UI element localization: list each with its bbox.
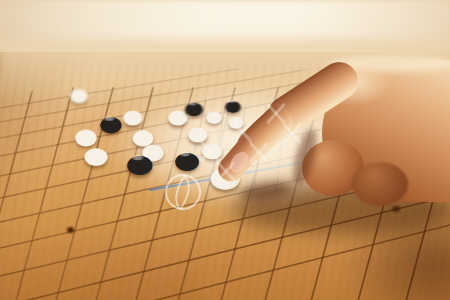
players-hand	[0, 0, 450, 300]
go-photo-scene: ●●●●●●●●●●●●●●●●●	[0, 0, 450, 300]
folded-ring-finger	[352, 162, 408, 206]
